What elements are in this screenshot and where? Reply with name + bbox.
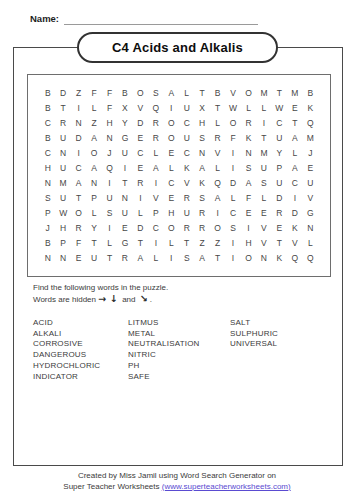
grid-cell: F [102, 85, 117, 100]
grid-cell: Z [210, 236, 225, 251]
grid-cell: V [133, 100, 148, 115]
grid-cell: C [164, 175, 179, 190]
page-title: C4 Acids and Alkalis [112, 40, 243, 55]
grid-cell: A [287, 130, 302, 145]
grid-cell: R [179, 191, 194, 206]
word-list-column: ACIDALKALICORROSIVEDANGEROUSHYDROCHLORIC… [33, 318, 128, 382]
grid-cell: I [71, 100, 86, 115]
grid-cell: B [40, 100, 55, 115]
grid-cell: T [86, 236, 101, 251]
grid-cell: H [40, 160, 55, 175]
grid-cell: T [133, 236, 148, 251]
grid-cell: L [179, 85, 194, 100]
grid-cell: R [194, 221, 209, 236]
grid-cell: M [256, 85, 271, 100]
grid-cell: F [86, 85, 101, 100]
grid-cell: B [303, 85, 318, 100]
grid-cell: T [102, 251, 117, 266]
grid-cell: A [287, 160, 302, 175]
grid-cell: N [117, 191, 132, 206]
grid-cell: T [210, 100, 225, 115]
grid-cell: U [102, 191, 117, 206]
grid-cell: S [179, 251, 194, 266]
grid-cell: I [148, 175, 163, 190]
grid-cell: F [102, 100, 117, 115]
grid-cell: V [179, 175, 194, 190]
grid-cell: C [71, 160, 86, 175]
grid-cell: L [102, 236, 117, 251]
grid-cell: E [164, 145, 179, 160]
grid-cell: I [225, 160, 240, 175]
grid-cell: T [272, 236, 287, 251]
grid-cell: R [194, 206, 209, 221]
grid-cell: G [303, 206, 318, 221]
grid-cell: I [256, 115, 271, 130]
grid-cell: H [102, 115, 117, 130]
grid-cell: U [55, 130, 70, 145]
word-item: NEUTRALISATION [128, 339, 230, 350]
grid-cell: Z [86, 115, 101, 130]
grid-cell: G [117, 130, 132, 145]
footer-credit: Created by Miss Jamil using Word Search … [0, 471, 354, 492]
grid-cell: A [86, 130, 101, 145]
grid-cell: U [117, 145, 132, 160]
grid-cell: L [303, 236, 318, 251]
grid-cell: S [40, 191, 55, 206]
grid-cell: U [179, 206, 194, 221]
grid-cell: B [40, 85, 55, 100]
grid-cell: C [133, 145, 148, 160]
word-list-column: SALTSULPHURICUNIVERSAL [230, 318, 325, 382]
grid-cell: N [55, 145, 70, 160]
grid-cell: D [225, 175, 240, 190]
footer-credit-line1: Created by Miss Jamil using Word Search … [0, 471, 354, 482]
worksheet-page: Name: C4 Acids and Alkalis BDZFFBOSALTBV… [0, 0, 354, 500]
grid-cell: I [210, 206, 225, 221]
grid-cell: L [164, 160, 179, 175]
grid-cell: T [55, 100, 70, 115]
footer-credit-line2: Super Teacher Worksheets (www.superteach… [0, 482, 354, 493]
grid-cell: R [241, 115, 256, 130]
word-item: LITMUS [128, 318, 230, 329]
grid-cell: R [55, 115, 70, 130]
instructions-line2: Words are hidden→↓ and ↘. [33, 294, 168, 306]
grid-cell: V [225, 85, 240, 100]
grid-cell: V [256, 221, 271, 236]
grid-cell: C [272, 115, 287, 130]
grid-cell: S [194, 130, 209, 145]
grid-cell: N [303, 221, 318, 236]
grid-cell: P [272, 160, 287, 175]
grid-cell: S [225, 221, 240, 236]
grid-cell: U [256, 160, 271, 175]
grid-cell: N [71, 115, 86, 130]
grid-cell: A [148, 160, 163, 175]
grid-cell: H [55, 221, 70, 236]
grid-cell: C [40, 115, 55, 130]
grid-cell: F [71, 236, 86, 251]
word-item: HYDROCHLORIC [33, 361, 128, 372]
grid-cell: T [194, 85, 209, 100]
word-list: ACIDALKALICORROSIVEDANGEROUSHYDROCHLORIC… [33, 318, 325, 382]
grid-cell: U [55, 191, 70, 206]
word-item: UNIVERSAL [230, 339, 325, 350]
grid-cell: N [55, 251, 70, 266]
grid-cell: I [225, 251, 240, 266]
grid-cell: E [133, 160, 148, 175]
grid-cell: N [40, 251, 55, 266]
grid-cell: L [210, 160, 225, 175]
grid-cell: K [287, 221, 302, 236]
grid-cell: D [55, 85, 70, 100]
grid-cell: Q [287, 251, 302, 266]
instructions-line1: Find the following words in the puzzle. [33, 283, 168, 294]
grid-cell: O [241, 85, 256, 100]
grid-cell: I [225, 236, 240, 251]
grid-cell: Q [102, 160, 117, 175]
grid-cell: G [117, 236, 132, 251]
word-item: CORROSIVE [33, 339, 128, 350]
word-list-column: LITMUSMETALNEUTRALISATIONNITRICPHSAFE [128, 318, 230, 382]
grid-cell: T [117, 175, 132, 190]
grid-cell: A [86, 160, 101, 175]
grid-cell: A [194, 251, 209, 266]
grid-cell: R [117, 251, 132, 266]
grid-cell: N [241, 145, 256, 160]
grid-cell: T [287, 115, 302, 130]
grid-cell: E [71, 251, 86, 266]
grid-cell: O [241, 251, 256, 266]
grid-cell: Y [86, 221, 101, 236]
grid-cell: Z [194, 236, 209, 251]
grid-cell: M [55, 175, 70, 190]
grid-cell: V [256, 236, 271, 251]
grid-cell: E [303, 160, 318, 175]
grid-cell: U [179, 130, 194, 145]
grid-cell: D [133, 115, 148, 130]
grid-cell: C [287, 175, 302, 190]
grid-cell: A [164, 85, 179, 100]
grid-cell: C [225, 206, 240, 221]
grid-cell: E [117, 221, 132, 236]
grid-cell: M [256, 145, 271, 160]
word-item: INDICATOR [33, 372, 128, 383]
grid-cell: X [194, 100, 209, 115]
grid-cell: R [148, 130, 163, 145]
word-item: NITRIC [128, 350, 230, 361]
grid-cell: E [241, 206, 256, 221]
grid-cell: A [71, 175, 86, 190]
grid-cell: D [133, 221, 148, 236]
grid-cell: R [272, 206, 287, 221]
name-line [64, 11, 258, 25]
grid-cell: Q [148, 100, 163, 115]
grid-cell: D [287, 206, 302, 221]
grid-cell: L [287, 145, 302, 160]
grid-cell: O [86, 145, 101, 160]
grid-cell: L [210, 115, 225, 130]
grid-cell: U [179, 100, 194, 115]
grid-cell: U [272, 175, 287, 190]
grid-cell: O [225, 115, 240, 130]
grid-cell: L [148, 251, 163, 266]
grid-cell: W [225, 100, 240, 115]
grid-cell: T [256, 130, 271, 145]
word-item: PH [128, 361, 230, 372]
grid-cell: L [225, 191, 240, 206]
grid-cell: O [210, 221, 225, 236]
grid-cell: O [164, 115, 179, 130]
grid-cell: I [164, 100, 179, 115]
grid-cell: N [40, 175, 55, 190]
grid-cell: U [86, 251, 101, 266]
grid-cell: V [303, 191, 318, 206]
grid-cell: U [272, 130, 287, 145]
grid-cell: B [210, 85, 225, 100]
grid-cell: S [148, 85, 163, 100]
grid-cell: J [40, 221, 55, 236]
grid-cell: K [241, 130, 256, 145]
word-item: ACID [33, 318, 128, 329]
grid-cell: C [179, 115, 194, 130]
grid-cell: J [102, 145, 117, 160]
grid-cell: T [272, 85, 287, 100]
grid-cell: K [272, 251, 287, 266]
grid-cell: R [71, 221, 86, 236]
grid-cell: L [133, 206, 148, 221]
grid-cell: O [133, 85, 148, 100]
grid-cell: N [256, 251, 271, 266]
grid-cell: L [148, 145, 163, 160]
grid-cell: L [164, 236, 179, 251]
grid-cell: V [210, 145, 225, 160]
grid-cell: E [287, 100, 302, 115]
grid-cell: H [194, 115, 209, 130]
grid-cell: Q [303, 251, 318, 266]
grid-cell: L [241, 100, 256, 115]
grid-cell: I [287, 191, 302, 206]
grid-cell: I [225, 145, 240, 160]
arrow-right-icon: → [98, 293, 106, 304]
grid-cell: Q [210, 175, 225, 190]
grid-cell: A [133, 251, 148, 266]
grid-cell: C [148, 221, 163, 236]
footer-link[interactable]: (www.superteacherworksheets.com) [162, 482, 291, 491]
grid-cell: O [164, 221, 179, 236]
instructions: Find the following words in the puzzle. … [33, 283, 168, 305]
grid-cell: A [210, 191, 225, 206]
wordsearch-grid: BDZFFBOSALTBVOMTMBBTILFXVQIUXTWLLWEKCRNZ… [27, 74, 331, 277]
grid-cell: U [55, 160, 70, 175]
grid-cell: M [303, 130, 318, 145]
grid-cell: E [256, 206, 271, 221]
grid-cell: X [117, 100, 132, 115]
grid-cell: R [133, 175, 148, 190]
grid-cell: I [71, 145, 86, 160]
grid-cell: I [164, 251, 179, 266]
word-item: SULPHURIC [230, 329, 325, 340]
grid-cell: I [102, 221, 117, 236]
grid-cell: S [256, 175, 271, 190]
grid-cell: L [86, 100, 101, 115]
grid-cell: S [241, 160, 256, 175]
grid-cell: K [194, 175, 209, 190]
grid-cell: N [86, 175, 101, 190]
grid-cell: N [194, 145, 209, 160]
grid-cell: Z [71, 85, 86, 100]
grid-cell: N [102, 130, 117, 145]
grid-cell: Y [117, 115, 132, 130]
grid-cell: R [148, 115, 163, 130]
grid-cell: E [133, 130, 148, 145]
grid-cell: S [102, 206, 117, 221]
grid-cell: L [256, 100, 271, 115]
grid-cell: R [179, 221, 194, 236]
grid-cell: T [179, 236, 194, 251]
word-item: METAL [128, 329, 230, 340]
grid-cell: I [241, 221, 256, 236]
grid-cell: B [40, 130, 55, 145]
grid-cell: A [241, 175, 256, 190]
grid-cell: C [179, 145, 194, 160]
grid-cell: I [133, 191, 148, 206]
grid-cell: E [272, 221, 287, 236]
word-item: ALKALI [33, 329, 128, 340]
word-item: DANGEROUS [33, 350, 128, 361]
grid-cell: U [303, 175, 318, 190]
grid-cell: W [272, 100, 287, 115]
arrow-down-icon: ↓ [110, 293, 118, 304]
title-badge: C4 Acids and Alkalis [77, 32, 278, 63]
grid-cell: Q [303, 115, 318, 130]
grid-cell: O [71, 206, 86, 221]
grid-cell: H [241, 236, 256, 251]
grid-cell: P [86, 191, 101, 206]
grid-cell: D [71, 130, 86, 145]
grid-cell: T [210, 251, 225, 266]
grid-cell: Y [272, 145, 287, 160]
grid-cell: A [194, 160, 209, 175]
grid-cell: S [194, 191, 209, 206]
grid-cell: P [148, 206, 163, 221]
grid-cell: F [225, 130, 240, 145]
grid-cell: J [303, 145, 318, 160]
grid-cell: R [210, 130, 225, 145]
name-label: Name: [30, 13, 59, 24]
grid-cell: T [71, 191, 86, 206]
grid-cell: M [287, 85, 302, 100]
grid-cell: K [303, 100, 318, 115]
grid-cell: L [86, 206, 101, 221]
grid-cell: F [241, 191, 256, 206]
grid-cell: B [40, 236, 55, 251]
word-item: SAFE [128, 372, 230, 383]
grid-cell: H [164, 206, 179, 221]
grid-cell: P [55, 236, 70, 251]
grid-cell: V [287, 236, 302, 251]
grid-cell: E [164, 191, 179, 206]
grid-cell: L [256, 191, 271, 206]
grid-cell: I [117, 160, 132, 175]
grid-cell: K [179, 160, 194, 175]
grid-cell: C [40, 145, 55, 160]
grid-cell: W [55, 206, 70, 221]
grid-cell: I [148, 236, 163, 251]
grid-cell: B [117, 85, 132, 100]
grid-cell: V [148, 191, 163, 206]
grid-cell: I [102, 175, 117, 190]
word-item: SALT [230, 318, 325, 329]
grid-cell: P [40, 206, 55, 221]
grid-cell: U [117, 206, 132, 221]
grid-cell: O [164, 130, 179, 145]
arrow-diagonal-icon: ↘ [140, 293, 148, 304]
grid-cell: D [272, 191, 287, 206]
